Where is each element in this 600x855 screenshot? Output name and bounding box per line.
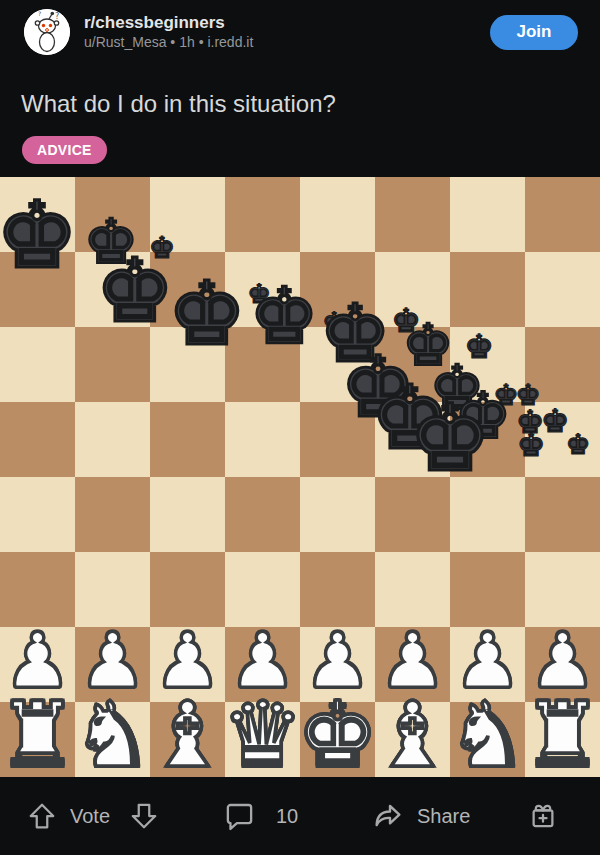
post-header: ? ? r/chessbeginners u/Rust_Mesa • 1h • … <box>24 9 584 55</box>
post-title: What do I do in this situation? <box>21 90 579 119</box>
white-knight: ♞ <box>447 690 528 780</box>
subreddit-name[interactable]: r/chessbeginners <box>84 12 490 33</box>
flair-badge[interactable]: ADVICE <box>22 136 107 164</box>
black-king: ♚ <box>249 276 319 354</box>
award-button[interactable] <box>528 801 558 831</box>
white-bishop: ♝ <box>147 690 228 780</box>
gift-icon <box>528 801 558 831</box>
downvote-button[interactable] <box>129 801 159 831</box>
share-button[interactable] <box>372 800 404 832</box>
white-rook: ♜ <box>522 690 600 780</box>
post-actions: Vote 10 Share <box>0 777 600 855</box>
arrow-down-icon <box>129 801 159 831</box>
black-king: ♚ <box>517 429 546 461</box>
comments-count: 10 <box>276 804 298 827</box>
black-king: ♚ <box>0 190 78 282</box>
board-pieces: ♚♚♚♚♚♚♚♚♚♚♚♚♚♚♚♚♚♚♚♚♚♚♚♟♟♟♟♟♟♟♟♜♞♝♛♚♝♞♜ <box>0 177 600 777</box>
white-knight: ♞ <box>72 690 153 780</box>
white-bishop: ♝ <box>372 690 453 780</box>
white-king: ♚ <box>297 690 378 780</box>
svg-text:?: ? <box>55 12 59 21</box>
arrow-up-icon <box>27 801 57 831</box>
white-queen: ♛ <box>222 690 303 780</box>
comments-button[interactable] <box>224 800 255 831</box>
white-rook: ♜ <box>0 690 78 780</box>
black-king: ♚ <box>168 270 247 358</box>
snoo-icon: ? ? <box>24 41 70 55</box>
svg-text:?: ? <box>38 10 41 17</box>
chess-board[interactable]: ♚♚♚♚♚♚♚♚♚♚♚♚♚♚♚♚♚♚♚♚♚♚♚♟♟♟♟♟♟♟♟♜♞♝♛♚♝♞♜ <box>0 177 600 777</box>
black-king: ♚ <box>565 431 590 459</box>
upvote-button[interactable] <box>27 801 57 831</box>
black-king: ♚ <box>409 393 491 485</box>
join-button[interactable]: Join <box>490 15 578 50</box>
post-meta: r/chessbeginners u/Rust_Mesa • 1h • i.re… <box>84 12 490 53</box>
share-icon <box>372 800 404 832</box>
black-king: ♚ <box>96 247 175 335</box>
subreddit-avatar[interactable]: ? ? <box>24 9 70 55</box>
share-label: Share <box>417 804 470 827</box>
post-byline: u/Rust_Mesa • 1h • i.redd.it <box>84 33 490 53</box>
vote-label: Vote <box>70 804 110 827</box>
comment-icon <box>224 800 255 831</box>
